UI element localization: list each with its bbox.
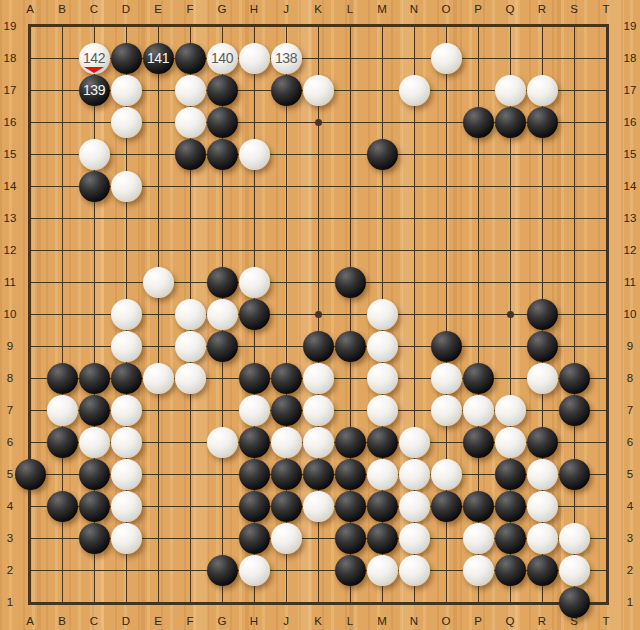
col-label-bottom-F: F — [178, 614, 202, 628]
stone-white-J3 — [271, 523, 302, 554]
move-number: 138 — [271, 43, 302, 74]
stone-white-F10 — [175, 299, 206, 330]
stone-white-G10 — [207, 299, 238, 330]
stone-white-O7 — [431, 395, 462, 426]
stone-black-R2 — [527, 555, 558, 586]
stone-white-K17 — [303, 75, 334, 106]
stone-black-H10 — [239, 299, 270, 330]
col-label-bottom-K: K — [306, 614, 330, 628]
stone-black-P6 — [463, 427, 494, 458]
stone-black-M6 — [367, 427, 398, 458]
stone-white-N3 — [399, 523, 430, 554]
stone-white-M9 — [367, 331, 398, 362]
row-label-left-12: 12 — [0, 243, 20, 257]
col-label-bottom-C: C — [82, 614, 106, 628]
stone-black-G16 — [207, 107, 238, 138]
stone-black-Q3 — [495, 523, 526, 554]
row-label-right-11: 11 — [620, 275, 640, 289]
stone-white-M2 — [367, 555, 398, 586]
stone-white-R8 — [527, 363, 558, 394]
stone-black-S8 — [559, 363, 590, 394]
stone-white-B7 — [47, 395, 78, 426]
stone-black-J5 — [271, 459, 302, 490]
stone-white-D16 — [111, 107, 142, 138]
stone-white-D10 — [111, 299, 142, 330]
stone-black-Q2 — [495, 555, 526, 586]
stone-white-G6 — [207, 427, 238, 458]
stone-white-Q17 — [495, 75, 526, 106]
stone-white-D17 — [111, 75, 142, 106]
col-label-top-N: N — [402, 2, 426, 16]
stone-white-P7 — [463, 395, 494, 426]
stone-black-R6 — [527, 427, 558, 458]
col-label-bottom-D: D — [114, 614, 138, 628]
col-label-top-P: P — [466, 2, 490, 16]
stone-white-N6 — [399, 427, 430, 458]
stone-white-M10 — [367, 299, 398, 330]
stone-black-J8 — [271, 363, 302, 394]
stone-black-P16 — [463, 107, 494, 138]
stone-black-P8 — [463, 363, 494, 394]
col-label-bottom-N: N — [402, 614, 426, 628]
col-label-top-R: R — [530, 2, 554, 16]
stone-black-C8 — [79, 363, 110, 394]
stone-black-G2 — [207, 555, 238, 586]
go-game-viewer: { "game": "go", "board": { "size": 19, "… — [0, 0, 640, 630]
stone-white-R5 — [527, 459, 558, 490]
col-label-top-T: T — [594, 2, 618, 16]
stone-white-K4 — [303, 491, 334, 522]
stone-white-R4 — [527, 491, 558, 522]
stone-black-E18: 141 — [143, 43, 174, 74]
col-label-bottom-Q: Q — [498, 614, 522, 628]
row-label-right-9: 9 — [620, 339, 640, 353]
stone-white-H18 — [239, 43, 270, 74]
row-label-right-7: 7 — [620, 403, 640, 417]
row-label-right-15: 15 — [620, 147, 640, 161]
stone-white-M7 — [367, 395, 398, 426]
col-label-top-E: E — [146, 2, 170, 16]
col-label-bottom-B: B — [50, 614, 74, 628]
stone-white-D9 — [111, 331, 142, 362]
stone-black-L2 — [335, 555, 366, 586]
stone-black-L4 — [335, 491, 366, 522]
stone-black-Q5 — [495, 459, 526, 490]
col-label-top-M: M — [370, 2, 394, 16]
stone-black-O9 — [431, 331, 462, 362]
stone-black-L3 — [335, 523, 366, 554]
stone-white-O18 — [431, 43, 462, 74]
stone-black-K5 — [303, 459, 334, 490]
stone-black-R9 — [527, 331, 558, 362]
col-label-bottom-H: H — [242, 614, 266, 628]
stone-white-O5 — [431, 459, 462, 490]
row-label-left-18: 18 — [0, 51, 20, 65]
stone-black-B8 — [47, 363, 78, 394]
row-label-right-2: 2 — [620, 563, 640, 577]
stone-black-K9 — [303, 331, 334, 362]
stone-black-L5 — [335, 459, 366, 490]
stone-black-G15 — [207, 139, 238, 170]
stone-black-H6 — [239, 427, 270, 458]
stone-white-S2 — [559, 555, 590, 586]
stone-white-N5 — [399, 459, 430, 490]
stone-white-J6 — [271, 427, 302, 458]
row-label-right-10: 10 — [620, 307, 640, 321]
stone-white-R3 — [527, 523, 558, 554]
stone-black-P4 — [463, 491, 494, 522]
stone-white-K7 — [303, 395, 334, 426]
stone-white-P3 — [463, 523, 494, 554]
row-label-right-19: 19 — [620, 19, 640, 33]
col-label-top-O: O — [434, 2, 458, 16]
stone-black-G11 — [207, 267, 238, 298]
row-label-right-13: 13 — [620, 211, 640, 225]
stone-black-M4 — [367, 491, 398, 522]
stone-white-D5 — [111, 459, 142, 490]
stone-black-M3 — [367, 523, 398, 554]
stone-black-S1 — [559, 587, 590, 618]
row-label-right-3: 3 — [620, 531, 640, 545]
row-label-right-1: 1 — [620, 595, 640, 609]
stone-white-C15 — [79, 139, 110, 170]
col-label-bottom-E: E — [146, 614, 170, 628]
stone-white-M8 — [367, 363, 398, 394]
stone-white-F9 — [175, 331, 206, 362]
move-number: 139 — [79, 75, 110, 106]
row-label-left-1: 1 — [0, 595, 20, 609]
stone-black-L11 — [335, 267, 366, 298]
row-label-left-16: 16 — [0, 115, 20, 129]
stone-black-C7 — [79, 395, 110, 426]
stone-black-D18 — [111, 43, 142, 74]
stone-black-C5 — [79, 459, 110, 490]
stone-black-H3 — [239, 523, 270, 554]
stone-white-Q6 — [495, 427, 526, 458]
star-point-K16 — [315, 119, 322, 126]
row-label-left-13: 13 — [0, 211, 20, 225]
stone-black-A5 — [15, 459, 46, 490]
stone-black-Q16 — [495, 107, 526, 138]
stone-black-R16 — [527, 107, 558, 138]
col-label-bottom-J: J — [274, 614, 298, 628]
stone-white-F17 — [175, 75, 206, 106]
col-label-bottom-M: M — [370, 614, 394, 628]
col-label-top-F: F — [178, 2, 202, 16]
row-label-right-12: 12 — [620, 243, 640, 257]
stone-black-J4 — [271, 491, 302, 522]
stone-white-O8 — [431, 363, 462, 394]
col-label-bottom-P: P — [466, 614, 490, 628]
row-label-left-17: 17 — [0, 83, 20, 97]
col-label-top-K: K — [306, 2, 330, 16]
stone-black-H8 — [239, 363, 270, 394]
stone-white-F16 — [175, 107, 206, 138]
col-label-top-A: A — [18, 2, 42, 16]
stone-black-O4 — [431, 491, 462, 522]
stone-white-E8 — [143, 363, 174, 394]
stone-black-R10 — [527, 299, 558, 330]
row-label-left-3: 3 — [0, 531, 20, 545]
stone-black-G17 — [207, 75, 238, 106]
stone-white-N2 — [399, 555, 430, 586]
row-label-left-14: 14 — [0, 179, 20, 193]
stone-white-D14 — [111, 171, 142, 202]
row-label-left-2: 2 — [0, 563, 20, 577]
stone-white-J18: 138 — [271, 43, 302, 74]
stone-black-F18 — [175, 43, 206, 74]
row-label-right-17: 17 — [620, 83, 640, 97]
stone-black-M15 — [367, 139, 398, 170]
stone-black-Q4 — [495, 491, 526, 522]
stone-white-D3 — [111, 523, 142, 554]
stone-black-H5 — [239, 459, 270, 490]
stone-white-E11 — [143, 267, 174, 298]
stone-black-C17: 139 — [79, 75, 110, 106]
row-label-left-15: 15 — [0, 147, 20, 161]
row-label-left-6: 6 — [0, 435, 20, 449]
row-label-right-4: 4 — [620, 499, 640, 513]
stone-white-H11 — [239, 267, 270, 298]
stone-white-S3 — [559, 523, 590, 554]
go-board[interactable]: AABBCCDDEEFFGGHHJJKKLLMMNNOOPPQQRRSSTT19… — [0, 0, 640, 630]
row-label-right-6: 6 — [620, 435, 640, 449]
stone-black-G9 — [207, 331, 238, 362]
stone-black-D8 — [111, 363, 142, 394]
col-label-bottom-A: A — [18, 614, 42, 628]
col-label-top-G: G — [210, 2, 234, 16]
star-point-Q10 — [507, 311, 514, 318]
stone-white-H15 — [239, 139, 270, 170]
stone-white-M5 — [367, 459, 398, 490]
stone-black-C4 — [79, 491, 110, 522]
col-label-bottom-L: L — [338, 614, 362, 628]
stone-black-S7 — [559, 395, 590, 426]
stone-white-P2 — [463, 555, 494, 586]
row-label-right-14: 14 — [620, 179, 640, 193]
row-label-left-19: 19 — [0, 19, 20, 33]
col-label-top-D: D — [114, 2, 138, 16]
stone-black-J17 — [271, 75, 302, 106]
stone-white-Q7 — [495, 395, 526, 426]
row-label-left-11: 11 — [0, 275, 20, 289]
stone-white-N4 — [399, 491, 430, 522]
row-label-left-7: 7 — [0, 403, 20, 417]
col-label-bottom-O: O — [434, 614, 458, 628]
stone-white-K6 — [303, 427, 334, 458]
row-label-right-8: 8 — [620, 371, 640, 385]
stone-black-H4 — [239, 491, 270, 522]
stone-black-J7 — [271, 395, 302, 426]
stone-white-R17 — [527, 75, 558, 106]
row-label-right-5: 5 — [620, 467, 640, 481]
col-label-top-J: J — [274, 2, 298, 16]
stone-black-B6 — [47, 427, 78, 458]
col-label-top-H: H — [242, 2, 266, 16]
stone-white-D6 — [111, 427, 142, 458]
row-label-left-4: 4 — [0, 499, 20, 513]
col-label-bottom-R: R — [530, 614, 554, 628]
col-label-bottom-G: G — [210, 614, 234, 628]
stone-white-D7 — [111, 395, 142, 426]
move-number: 141 — [143, 43, 174, 74]
stone-white-N17 — [399, 75, 430, 106]
stone-black-L9 — [335, 331, 366, 362]
col-label-bottom-T: T — [594, 614, 618, 628]
row-label-left-10: 10 — [0, 307, 20, 321]
row-label-left-8: 8 — [0, 371, 20, 385]
stone-white-C18: 142 — [79, 43, 110, 74]
stone-black-B4 — [47, 491, 78, 522]
stone-black-S5 — [559, 459, 590, 490]
col-label-top-C: C — [82, 2, 106, 16]
stone-white-H7 — [239, 395, 270, 426]
stone-white-C6 — [79, 427, 110, 458]
stone-white-G18: 140 — [207, 43, 238, 74]
col-label-top-L: L — [338, 2, 362, 16]
move-number: 140 — [207, 43, 238, 74]
row-label-right-18: 18 — [620, 51, 640, 65]
stone-white-K8 — [303, 363, 334, 394]
stone-black-C3 — [79, 523, 110, 554]
last-move-marker-icon — [84, 67, 104, 73]
stone-white-F8 — [175, 363, 206, 394]
col-label-top-Q: Q — [498, 2, 522, 16]
stone-black-C14 — [79, 171, 110, 202]
stone-white-H2 — [239, 555, 270, 586]
col-label-top-S: S — [562, 2, 586, 16]
col-label-top-B: B — [50, 2, 74, 16]
star-point-K10 — [315, 311, 322, 318]
row-label-right-16: 16 — [620, 115, 640, 129]
row-label-left-9: 9 — [0, 339, 20, 353]
stone-black-L6 — [335, 427, 366, 458]
stone-black-F15 — [175, 139, 206, 170]
stone-white-D4 — [111, 491, 142, 522]
